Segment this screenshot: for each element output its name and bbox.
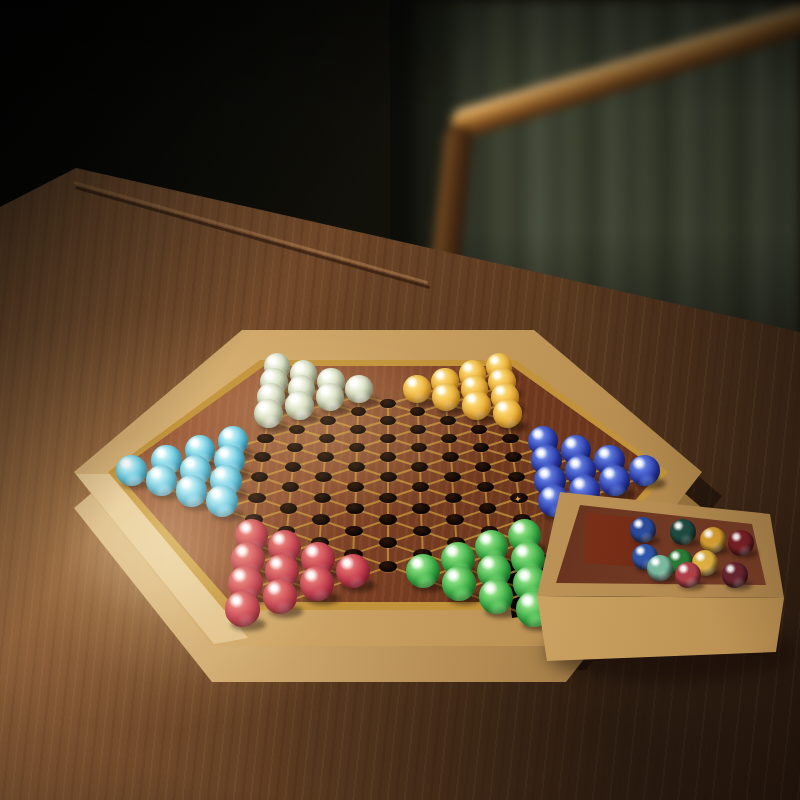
drawer-marble-blue[interactable] (630, 517, 656, 543)
drawer-marble-jade[interactable] (647, 555, 673, 581)
drawer-marble-maroon[interactable] (722, 562, 748, 588)
drawer-marble-red[interactable] (675, 562, 701, 588)
drawer-marble-dark-green[interactable] (670, 519, 696, 545)
drawer-marble-layer (0, 0, 800, 800)
photo-scene: ✦✦ (0, 0, 800, 800)
drawer-marble-dark-red[interactable] (728, 530, 754, 556)
